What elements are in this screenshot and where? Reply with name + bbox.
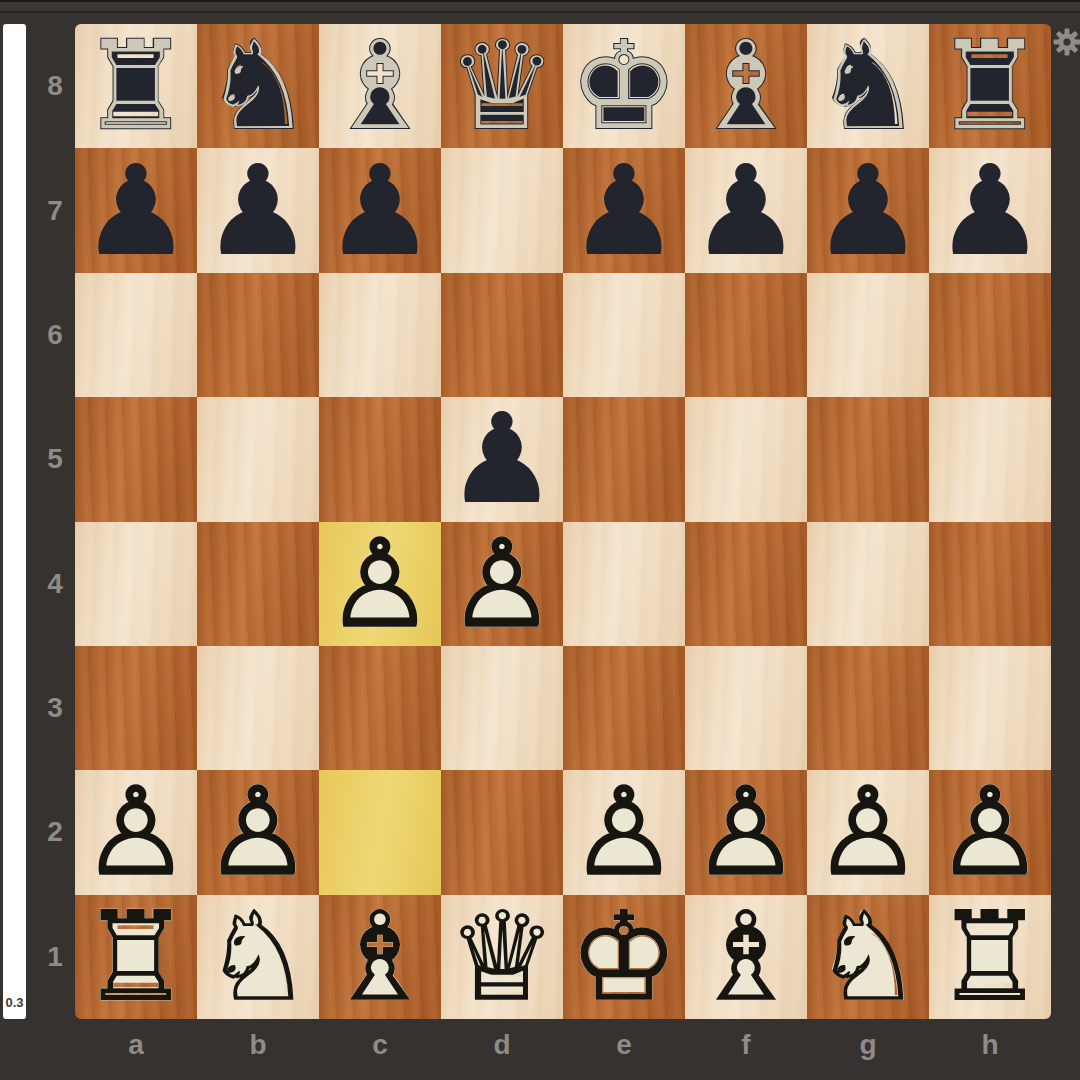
piece-detail-lines: ♘ bbox=[197, 24, 319, 148]
settings-gear-icon[interactable] bbox=[1053, 28, 1080, 56]
square-a3[interactable] bbox=[75, 646, 197, 770]
white-bishop-c1[interactable]: ♝♗ bbox=[319, 895, 441, 1019]
file-label-a: a bbox=[116, 1030, 156, 1060]
piece-body: ♝ bbox=[685, 24, 807, 148]
square-c5[interactable] bbox=[319, 397, 441, 521]
evaluation-value: 0.3 bbox=[3, 995, 26, 1010]
piece-body: ♜ bbox=[929, 24, 1051, 148]
piece-body: ♝ bbox=[319, 24, 441, 148]
piece-detail-lines: ♙ bbox=[75, 770, 197, 894]
square-h3[interactable] bbox=[929, 646, 1051, 770]
piece-body: ♜ bbox=[75, 895, 197, 1019]
piece-body: ♟ bbox=[75, 770, 197, 894]
piece-body: ♟ bbox=[197, 770, 319, 894]
white-pawn-h2[interactable]: ♟♙ bbox=[929, 770, 1051, 894]
square-g4[interactable] bbox=[807, 522, 929, 646]
square-g8[interactable]: ♞♘ bbox=[807, 24, 929, 148]
white-rook-h1[interactable]: ♜♖ bbox=[929, 895, 1051, 1019]
piece-detail-lines: ♙ bbox=[319, 522, 441, 646]
piece-body: ♟ bbox=[563, 770, 685, 894]
piece-detail-lines: ♘ bbox=[807, 24, 929, 148]
square-b3[interactable] bbox=[197, 646, 319, 770]
piece-body: ♟ bbox=[441, 522, 563, 646]
piece-detail-lines: ♘ bbox=[197, 895, 319, 1019]
white-pawn-b2[interactable]: ♟♙ bbox=[197, 770, 319, 894]
piece-body: ♟ bbox=[807, 770, 929, 894]
square-f7[interactable]: ♟ bbox=[685, 148, 807, 272]
rank-label-6: 6 bbox=[38, 319, 72, 351]
square-e7[interactable]: ♟ bbox=[563, 148, 685, 272]
square-e6[interactable] bbox=[563, 273, 685, 397]
piece-detail-lines: ♙ bbox=[197, 770, 319, 894]
piece-detail-lines: ♖ bbox=[929, 895, 1051, 1019]
square-a4[interactable] bbox=[75, 522, 197, 646]
piece-body: ♚ bbox=[563, 895, 685, 1019]
square-d3[interactable] bbox=[441, 646, 563, 770]
square-g1[interactable]: ♞♘ bbox=[807, 895, 929, 1019]
piece-body: ♟ bbox=[929, 148, 1051, 272]
square-d8[interactable]: ♛♕ bbox=[441, 24, 563, 148]
square-b5[interactable] bbox=[197, 397, 319, 521]
black-knight-g8[interactable]: ♞♘ bbox=[807, 24, 929, 148]
piece-detail-lines: ♗ bbox=[685, 895, 807, 1019]
piece-body: ♞ bbox=[807, 895, 929, 1019]
black-pawn-a7[interactable]: ♟ bbox=[75, 148, 197, 272]
square-h6[interactable] bbox=[929, 273, 1051, 397]
file-label-g: g bbox=[848, 1030, 888, 1060]
piece-detail-lines: ♔ bbox=[563, 24, 685, 148]
square-f6[interactable] bbox=[685, 273, 807, 397]
square-f1[interactable]: ♝♗ bbox=[685, 895, 807, 1019]
piece-body: ♛ bbox=[441, 24, 563, 148]
square-d1[interactable]: ♛♕ bbox=[441, 895, 563, 1019]
white-pawn-e2[interactable]: ♟♙ bbox=[563, 770, 685, 894]
black-pawn-h7[interactable]: ♟ bbox=[929, 148, 1051, 272]
square-h1[interactable]: ♜♖ bbox=[929, 895, 1051, 1019]
piece-detail-lines: ♖ bbox=[75, 24, 197, 148]
file-label-h: h bbox=[970, 1030, 1010, 1060]
square-g6[interactable] bbox=[807, 273, 929, 397]
square-d2[interactable] bbox=[441, 770, 563, 894]
square-d5[interactable]: ♟ bbox=[441, 397, 563, 521]
chess-board[interactable]: ♜♖♞♘♝♗♛♕♚♔♝♗♞♘♜♖♟♟♟♟♟♟♟♟♟♙♟♙♟♙♟♙♟♙♟♙♟♙♟♙… bbox=[75, 24, 1051, 1019]
black-bishop-c8[interactable]: ♝♗ bbox=[319, 24, 441, 148]
black-pawn-f7[interactable]: ♟ bbox=[685, 148, 807, 272]
rank-label-1: 1 bbox=[38, 941, 72, 973]
square-a2[interactable]: ♟♙ bbox=[75, 770, 197, 894]
square-e8[interactable]: ♚♔ bbox=[563, 24, 685, 148]
square-f8[interactable]: ♝♗ bbox=[685, 24, 807, 148]
evaluation-bar: 0.3 bbox=[3, 24, 26, 1019]
file-label-d: d bbox=[482, 1030, 522, 1060]
white-knight-b1[interactable]: ♞♘ bbox=[197, 895, 319, 1019]
white-pawn-a2[interactable]: ♟♙ bbox=[75, 770, 197, 894]
piece-detail-lines: ♙ bbox=[563, 770, 685, 894]
square-f5[interactable] bbox=[685, 397, 807, 521]
square-h7[interactable]: ♟ bbox=[929, 148, 1051, 272]
piece-detail-lines: ♙ bbox=[929, 770, 1051, 894]
square-f4[interactable] bbox=[685, 522, 807, 646]
white-bishop-f1[interactable]: ♝♗ bbox=[685, 895, 807, 1019]
piece-body: ♚ bbox=[563, 24, 685, 148]
piece-body: ♞ bbox=[197, 895, 319, 1019]
square-c4[interactable]: ♟♙ bbox=[319, 522, 441, 646]
square-h4[interactable] bbox=[929, 522, 1051, 646]
piece-detail-lines: ♗ bbox=[319, 895, 441, 1019]
piece-body: ♞ bbox=[807, 24, 929, 148]
piece-body: ♟ bbox=[197, 148, 319, 272]
square-a1[interactable]: ♜♖ bbox=[75, 895, 197, 1019]
piece-detail-lines: ♕ bbox=[441, 24, 563, 148]
piece-detail-lines: ♙ bbox=[807, 770, 929, 894]
white-pawn-c4[interactable]: ♟♙ bbox=[319, 522, 441, 646]
square-g5[interactable] bbox=[807, 397, 929, 521]
black-king-e8[interactable]: ♚♔ bbox=[563, 24, 685, 148]
square-f2[interactable]: ♟♙ bbox=[685, 770, 807, 894]
piece-body: ♟ bbox=[75, 148, 197, 272]
white-rook-a1[interactable]: ♜♖ bbox=[75, 895, 197, 1019]
file-label-b: b bbox=[238, 1030, 278, 1060]
square-g2[interactable]: ♟♙ bbox=[807, 770, 929, 894]
piece-detail-lines: ♖ bbox=[75, 895, 197, 1019]
piece-body: ♟ bbox=[807, 148, 929, 272]
square-e2[interactable]: ♟♙ bbox=[563, 770, 685, 894]
black-pawn-e7[interactable]: ♟ bbox=[563, 148, 685, 272]
square-c2[interactable] bbox=[319, 770, 441, 894]
piece-body: ♛ bbox=[441, 895, 563, 1019]
black-bishop-f8[interactable]: ♝♗ bbox=[685, 24, 807, 148]
square-b2[interactable]: ♟♙ bbox=[197, 770, 319, 894]
piece-body: ♟ bbox=[563, 148, 685, 272]
black-rook-h8[interactable]: ♜♖ bbox=[929, 24, 1051, 148]
square-e1[interactable]: ♚♔ bbox=[563, 895, 685, 1019]
square-a8[interactable]: ♜♖ bbox=[75, 24, 197, 148]
piece-detail-lines: ♗ bbox=[319, 24, 441, 148]
square-d4[interactable]: ♟♙ bbox=[441, 522, 563, 646]
white-pawn-g2[interactable]: ♟♙ bbox=[807, 770, 929, 894]
file-label-e: e bbox=[604, 1030, 644, 1060]
piece-detail-lines: ♙ bbox=[441, 522, 563, 646]
black-pawn-g7[interactable]: ♟ bbox=[807, 148, 929, 272]
piece-body: ♝ bbox=[319, 895, 441, 1019]
square-h8[interactable]: ♜♖ bbox=[929, 24, 1051, 148]
rank-label-7: 7 bbox=[38, 195, 72, 227]
square-a5[interactable] bbox=[75, 397, 197, 521]
square-c7[interactable]: ♟ bbox=[319, 148, 441, 272]
square-c8[interactable]: ♝♗ bbox=[319, 24, 441, 148]
square-d6[interactable] bbox=[441, 273, 563, 397]
square-b8[interactable]: ♞♘ bbox=[197, 24, 319, 148]
piece-body: ♟ bbox=[441, 397, 563, 521]
piece-body: ♟ bbox=[685, 148, 807, 272]
square-c1[interactable]: ♝♗ bbox=[319, 895, 441, 1019]
black-knight-b8[interactable]: ♞♘ bbox=[197, 24, 319, 148]
rank-label-4: 4 bbox=[38, 568, 72, 600]
white-pawn-d4[interactable]: ♟♙ bbox=[441, 522, 563, 646]
piece-body: ♝ bbox=[685, 895, 807, 1019]
square-g7[interactable]: ♟ bbox=[807, 148, 929, 272]
rank-label-2: 2 bbox=[38, 816, 72, 848]
square-b4[interactable] bbox=[197, 522, 319, 646]
square-h2[interactable]: ♟♙ bbox=[929, 770, 1051, 894]
white-knight-g1[interactable]: ♞♘ bbox=[807, 895, 929, 1019]
piece-body: ♟ bbox=[685, 770, 807, 894]
piece-detail-lines: ♘ bbox=[807, 895, 929, 1019]
black-pawn-d5[interactable]: ♟ bbox=[441, 397, 563, 521]
white-pawn-f2[interactable]: ♟♙ bbox=[685, 770, 807, 894]
square-a6[interactable] bbox=[75, 273, 197, 397]
square-f3[interactable] bbox=[685, 646, 807, 770]
piece-detail-lines: ♙ bbox=[685, 770, 807, 894]
square-b7[interactable]: ♟ bbox=[197, 148, 319, 272]
square-d7[interactable] bbox=[441, 148, 563, 272]
piece-body: ♜ bbox=[75, 24, 197, 148]
rank-label-8: 8 bbox=[38, 70, 72, 102]
piece-body: ♞ bbox=[197, 24, 319, 148]
black-pawn-b7[interactable]: ♟ bbox=[197, 148, 319, 272]
square-g3[interactable] bbox=[807, 646, 929, 770]
file-label-c: c bbox=[360, 1030, 400, 1060]
rank-label-3: 3 bbox=[38, 692, 72, 724]
piece-detail-lines: ♕ bbox=[441, 895, 563, 1019]
square-c6[interactable] bbox=[319, 273, 441, 397]
black-queen-d8[interactable]: ♛♕ bbox=[441, 24, 563, 148]
white-king-e1[interactable]: ♚♔ bbox=[563, 895, 685, 1019]
piece-body: ♟ bbox=[319, 522, 441, 646]
square-e5[interactable] bbox=[563, 397, 685, 521]
rank-label-5: 5 bbox=[38, 443, 72, 475]
piece-body: ♟ bbox=[319, 148, 441, 272]
piece-detail-lines: ♗ bbox=[685, 24, 807, 148]
file-label-f: f bbox=[726, 1030, 766, 1060]
piece-detail-lines: ♔ bbox=[563, 895, 685, 1019]
square-e3[interactable] bbox=[563, 646, 685, 770]
white-queen-d1[interactable]: ♛♕ bbox=[441, 895, 563, 1019]
piece-detail-lines: ♖ bbox=[929, 24, 1051, 148]
square-a7[interactable]: ♟ bbox=[75, 148, 197, 272]
square-b1[interactable]: ♞♘ bbox=[197, 895, 319, 1019]
window-top-strip bbox=[0, 0, 1080, 13]
piece-body: ♜ bbox=[929, 895, 1051, 1019]
black-pawn-c7[interactable]: ♟ bbox=[319, 148, 441, 272]
square-h5[interactable] bbox=[929, 397, 1051, 521]
square-b6[interactable] bbox=[197, 273, 319, 397]
square-c3[interactable] bbox=[319, 646, 441, 770]
piece-body: ♟ bbox=[929, 770, 1051, 894]
square-e4[interactable] bbox=[563, 522, 685, 646]
black-rook-a8[interactable]: ♜♖ bbox=[75, 24, 197, 148]
